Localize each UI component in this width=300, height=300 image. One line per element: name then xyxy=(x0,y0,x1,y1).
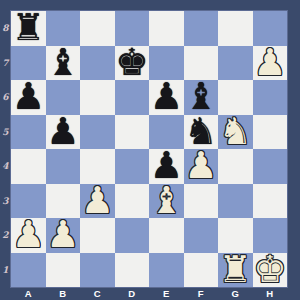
square-a5[interactable] xyxy=(11,115,46,150)
rank-label-8: 8 xyxy=(0,11,11,46)
square-e1[interactable] xyxy=(149,253,184,288)
square-h1[interactable]: ♚ xyxy=(253,253,288,288)
square-h5[interactable] xyxy=(253,115,288,150)
square-e6[interactable]: ♟ xyxy=(149,80,184,115)
square-g8[interactable] xyxy=(218,11,253,46)
white-rook[interactable]: ♜ xyxy=(219,253,252,287)
file-label-d: D xyxy=(115,287,150,300)
square-d2[interactable] xyxy=(115,218,150,253)
black-king[interactable]: ♚ xyxy=(115,46,148,80)
square-g5[interactable]: ♞ xyxy=(218,115,253,150)
square-a8[interactable]: ♜ xyxy=(11,11,46,46)
rank-label-6: 6 xyxy=(0,80,11,115)
rank-labels: 87654321 xyxy=(0,11,11,287)
file-label-f: F xyxy=(184,287,219,300)
white-knight[interactable]: ♞ xyxy=(219,115,252,149)
file-label-e: E xyxy=(149,287,184,300)
black-pawn[interactable]: ♟ xyxy=(12,80,45,114)
square-c2[interactable] xyxy=(80,218,115,253)
rank-label-5: 5 xyxy=(0,115,11,150)
square-a2[interactable]: ♟ xyxy=(11,218,46,253)
chess-board: ♜♝♚♟♟♟♝♟♞♞♟♟♟♝♟♟♜♚ xyxy=(11,11,287,287)
black-pawn[interactable]: ♟ xyxy=(46,115,79,149)
square-c1[interactable] xyxy=(80,253,115,288)
square-a4[interactable] xyxy=(11,149,46,184)
rank-label-2: 2 xyxy=(0,218,11,253)
square-h3[interactable] xyxy=(253,184,288,219)
square-f8[interactable] xyxy=(184,11,219,46)
rank-label-4: 4 xyxy=(0,149,11,184)
square-g4[interactable] xyxy=(218,149,253,184)
chess-diagram: 87654321 ♜♝♚♟♟♟♝♟♞♞♟♟♟♝♟♟♜♚ ABCDEFGH xyxy=(0,0,300,300)
square-d3[interactable] xyxy=(115,184,150,219)
white-pawn[interactable]: ♟ xyxy=(12,218,45,252)
square-b5[interactable]: ♟ xyxy=(46,115,81,150)
square-a1[interactable] xyxy=(11,253,46,288)
square-f2[interactable] xyxy=(184,218,219,253)
square-a6[interactable]: ♟ xyxy=(11,80,46,115)
square-b2[interactable]: ♟ xyxy=(46,218,81,253)
square-c3[interactable]: ♟ xyxy=(80,184,115,219)
square-c6[interactable] xyxy=(80,80,115,115)
square-d4[interactable] xyxy=(115,149,150,184)
square-g1[interactable]: ♜ xyxy=(218,253,253,288)
square-c5[interactable] xyxy=(80,115,115,150)
square-g3[interactable] xyxy=(218,184,253,219)
square-e3[interactable]: ♝ xyxy=(149,184,184,219)
file-label-g: G xyxy=(218,287,253,300)
square-h6[interactable] xyxy=(253,80,288,115)
square-d1[interactable] xyxy=(115,253,150,288)
square-e2[interactable] xyxy=(149,218,184,253)
square-b4[interactable] xyxy=(46,149,81,184)
black-rook[interactable]: ♜ xyxy=(12,11,45,45)
file-label-c: C xyxy=(80,287,115,300)
square-h7[interactable]: ♟ xyxy=(253,46,288,81)
square-f3[interactable] xyxy=(184,184,219,219)
white-pawn[interactable]: ♟ xyxy=(253,46,286,80)
black-pawn[interactable]: ♟ xyxy=(150,80,183,114)
file-label-h: H xyxy=(253,287,288,300)
white-king[interactable]: ♚ xyxy=(253,253,286,287)
file-label-b: B xyxy=(46,287,81,300)
file-label-a: A xyxy=(11,287,46,300)
black-bishop[interactable]: ♝ xyxy=(46,46,79,80)
square-f4[interactable]: ♟ xyxy=(184,149,219,184)
square-c8[interactable] xyxy=(80,11,115,46)
white-bishop[interactable]: ♝ xyxy=(150,184,183,218)
rank-label-7: 7 xyxy=(0,46,11,81)
square-b7[interactable]: ♝ xyxy=(46,46,81,81)
square-d7[interactable]: ♚ xyxy=(115,46,150,81)
white-pawn[interactable]: ♟ xyxy=(46,218,79,252)
square-f1[interactable] xyxy=(184,253,219,288)
square-g7[interactable] xyxy=(218,46,253,81)
rank-label-3: 3 xyxy=(0,184,11,219)
file-labels: ABCDEFGH xyxy=(11,287,287,300)
square-d5[interactable] xyxy=(115,115,150,150)
rank-label-1: 1 xyxy=(0,253,11,288)
square-d6[interactable] xyxy=(115,80,150,115)
white-pawn[interactable]: ♟ xyxy=(184,149,217,183)
square-b1[interactable] xyxy=(46,253,81,288)
square-h4[interactable] xyxy=(253,149,288,184)
square-e8[interactable] xyxy=(149,11,184,46)
white-pawn[interactable]: ♟ xyxy=(81,184,114,218)
square-c7[interactable] xyxy=(80,46,115,81)
